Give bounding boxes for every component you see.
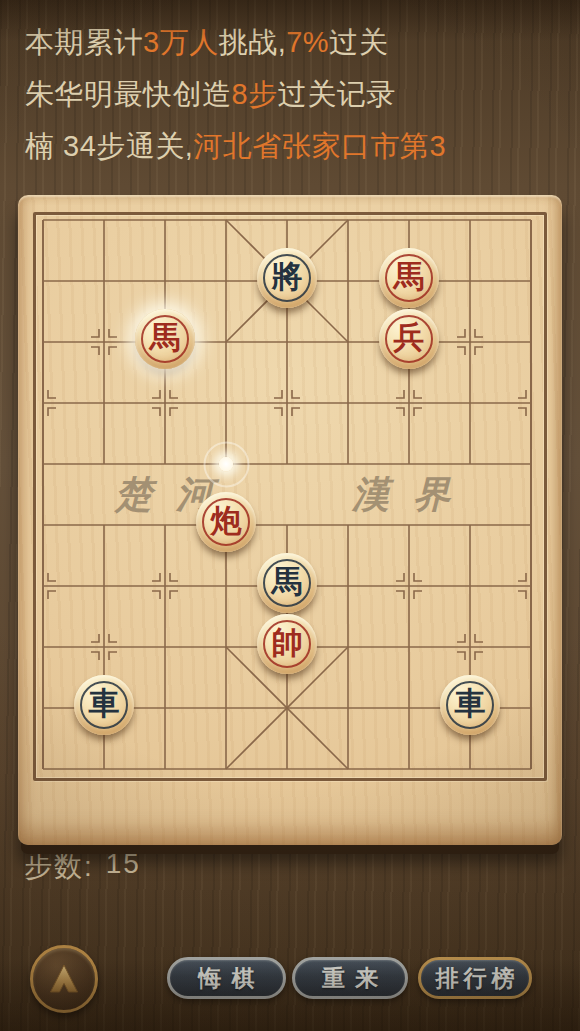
move-counter: 步数:15 [24, 848, 141, 886]
piece-glyph: 炮 [211, 500, 242, 542]
piece-glyph: 馬 [272, 561, 303, 603]
header-text-segment: 河北省张家口市第3 [193, 130, 446, 162]
piece-red-general[interactable]: 帥 [257, 614, 317, 674]
challenge-stats-line: 本期累计3万人挑战,7%过关 [25, 16, 446, 68]
undo-button[interactable]: 悔棋 [167, 957, 286, 999]
piece-black-chariot[interactable]: 車 [440, 675, 500, 735]
piece-red-horse[interactable]: 馬 [135, 309, 195, 369]
piece-glyph: 兵 [394, 317, 425, 359]
header-text-segment: 楠 34步通关, [25, 130, 193, 162]
header-text-segment: 3万人 [143, 26, 219, 58]
player-record-line: 楠 34步通关,河北省张家口市第3 [25, 120, 446, 172]
piece-red-soldier[interactable]: 兵 [379, 309, 439, 369]
restart-button-label: 重来 [312, 963, 388, 994]
mountain-arrow-icon [44, 959, 84, 999]
undo-button-label: 悔棋 [189, 963, 265, 994]
piece-black-horse[interactable]: 馬 [257, 553, 317, 613]
leaderboard-button-label: 排行榜 [431, 963, 520, 994]
piece-black-chariot[interactable]: 車 [74, 675, 134, 735]
piece-glyph: 馬 [150, 317, 181, 359]
piece-glyph: 車 [455, 683, 486, 725]
header-text-segment: 8步 [232, 78, 278, 110]
leaderboard-button[interactable]: 排行榜 [418, 957, 532, 999]
move-counter-value: 15 [106, 848, 141, 886]
piece-red-cannon[interactable]: 炮 [196, 492, 256, 552]
piece-glyph: 車 [89, 683, 120, 725]
piece-glyph: 將 [272, 256, 303, 298]
piece-red-horse[interactable]: 馬 [379, 248, 439, 308]
header-text-segment: 过关 [329, 26, 388, 58]
header-text-segment: 朱华明最快创造 [25, 78, 232, 110]
header-text-segment: 7% [286, 26, 329, 58]
bottom-bar: 悔棋 重来 排行榜 [0, 940, 580, 1031]
header-text-segment: 本期累计 [25, 26, 143, 58]
river-label-hanjie: 漢界 [340, 470, 474, 520]
header-text-segment: 挑战, [219, 26, 287, 58]
move-counter-label: 步数: [24, 848, 94, 886]
challenge-info-header: 本期累计3万人挑战,7%过关 朱华明最快创造8步过关记录 楠 34步通关,河北省… [25, 16, 446, 172]
fastest-record-line: 朱华明最快创造8步过关记录 [25, 68, 446, 120]
piece-glyph: 帥 [272, 622, 303, 664]
xiangqi-board[interactable]: 楚河 漢界 將馬馬兵炮馬帥車車 [18, 195, 562, 845]
header-text-segment: 过关记录 [278, 78, 396, 110]
restart-button[interactable]: 重来 [292, 957, 408, 999]
piece-black-general[interactable]: 將 [257, 248, 317, 308]
last-move-origin-dot [219, 457, 234, 472]
expand-button[interactable] [30, 945, 98, 1013]
piece-glyph: 馬 [394, 256, 425, 298]
